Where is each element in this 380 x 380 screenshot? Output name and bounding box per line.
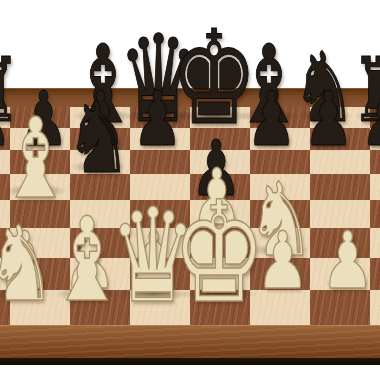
piece-white-bishop-b5: ♝ bbox=[0, 103, 78, 214]
piece-shadow bbox=[252, 243, 309, 257]
piece-shadow bbox=[250, 134, 292, 148]
piece-black-pawn-f7: ♟ bbox=[243, 82, 299, 157]
piece-shadow bbox=[67, 276, 111, 290]
piece-shadow bbox=[307, 134, 349, 148]
piece-black-knight-c6: ♞ bbox=[61, 89, 135, 188]
piece-black-queen-d8: ♛ bbox=[113, 20, 204, 141]
piece-black-pawn-a7: ♟ bbox=[0, 82, 15, 157]
piece-white-king-e1: ♚ bbox=[167, 183, 272, 323]
pieces-layer: ♜♝♛♚♝♞♜♟♟♟♟♟♟♟♞♟♝♟♞♟♟♟♟♟♟♟♜♞♝♛♚♜ bbox=[0, 0, 380, 380]
piece-shadow bbox=[55, 287, 120, 301]
piece-white-pawn-b2: ♟ bbox=[0, 221, 54, 300]
piece-shadow bbox=[325, 276, 369, 290]
piece-white-knight-f3: ♞ bbox=[242, 169, 318, 271]
piece-black-pawn-c7: ♟ bbox=[72, 82, 128, 157]
piece-shadow bbox=[71, 160, 126, 174]
piece-shadow bbox=[195, 213, 238, 227]
piece-shadow bbox=[261, 276, 305, 290]
piece-white-pawn-e4: ♟ bbox=[188, 159, 246, 237]
piece-black-bishop-c8: ♝ bbox=[62, 31, 143, 139]
piece-shadow bbox=[0, 134, 8, 148]
piece-shadow bbox=[3, 276, 47, 290]
piece-black-pawn-d7: ♟ bbox=[129, 82, 185, 157]
piece-shadow bbox=[194, 184, 237, 198]
chessboard-photo: ♜♝♛♚♝♞♜♟♟♟♟♟♟♟♞♟♝♟♞♟♟♟♟♟♟♟♜♞♝♛♚♜ bbox=[0, 0, 380, 380]
piece-shadow bbox=[0, 109, 17, 123]
piece-white-pawn-d2: ♟ bbox=[124, 221, 183, 300]
piece-shadow bbox=[5, 184, 67, 198]
piece-shadow bbox=[177, 109, 250, 123]
piece-white-pawn-g2: ♟ bbox=[318, 221, 377, 300]
piece-shadow bbox=[180, 287, 258, 301]
piece-shadow bbox=[132, 276, 176, 290]
piece-white-knight-b1: ♞ bbox=[0, 212, 60, 316]
piece-black-king-e8: ♚ bbox=[165, 13, 263, 143]
piece-shadow bbox=[0, 287, 50, 301]
piece-black-pawn-b7: ♟ bbox=[15, 82, 71, 157]
piece-shadow bbox=[124, 109, 192, 123]
piece-black-rook-a8: ♜ bbox=[0, 46, 25, 135]
piece-shadow bbox=[239, 109, 299, 123]
piece-shadow bbox=[136, 134, 178, 148]
piece-white-bishop-c1: ♝ bbox=[44, 202, 131, 318]
piece-black-bishop-f8: ♝ bbox=[229, 31, 310, 139]
piece-shadow bbox=[79, 134, 121, 148]
piece-white-pawn-f2: ♟ bbox=[253, 221, 312, 300]
piece-white-queen-d1: ♛ bbox=[104, 191, 202, 321]
piece-shadow bbox=[22, 134, 64, 148]
piece-black-pawn-g7: ♟ bbox=[300, 82, 356, 157]
piece-shadow bbox=[364, 134, 380, 148]
piece-shadow bbox=[298, 109, 352, 123]
piece-shadow bbox=[117, 287, 190, 301]
piece-black-knight-g8: ♞ bbox=[288, 40, 361, 137]
piece-black-pawn-h7: ♟ bbox=[357, 82, 380, 157]
piece-white-pawn-c2: ♟ bbox=[60, 221, 119, 300]
piece-shadow bbox=[355, 109, 380, 123]
piece-black-pawn-e5: ♟ bbox=[187, 131, 245, 208]
piece-shadow bbox=[73, 109, 133, 123]
piece-black-rook-h8: ♜ bbox=[347, 46, 380, 135]
